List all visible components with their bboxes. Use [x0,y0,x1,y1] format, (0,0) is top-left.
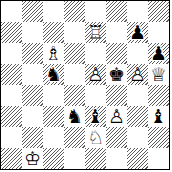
square-e3[interactable]: ♝♝ [85,106,106,127]
square-g2[interactable] [127,127,148,148]
square-e8[interactable] [85,1,106,22]
piece-outline-glyph: ♗ [43,43,64,64]
piece-fill-glyph: ♚ [22,148,43,169]
piece-fill-glyph: ♟ [127,64,148,85]
square-d5[interactable] [64,64,85,85]
piece-fill-glyph: ♟ [85,64,106,85]
piece-fill-glyph: ♞ [64,106,85,127]
piece-outline-glyph: ♞ [64,106,85,127]
piece-outline-glyph: ♙ [127,64,148,85]
square-c1[interactable] [43,148,64,169]
square-h5[interactable]: ♛♕ [148,64,169,85]
piece-outline-glyph: ♞ [43,64,64,85]
square-h8[interactable] [148,1,169,22]
piece-fill-glyph: ♞ [85,127,106,148]
square-c2[interactable] [43,127,64,148]
square-e7[interactable]: ♜♖ [85,22,106,43]
piece-outline-glyph: ♖ [85,22,106,43]
piece-outline-glyph: ♙ [106,106,127,127]
black-pawn-piece[interactable]: ♟♟ [127,22,148,43]
square-c3[interactable] [43,106,64,127]
piece-fill-glyph: ♟ [148,43,169,64]
square-b3[interactable] [22,106,43,127]
square-c5[interactable]: ♞♞ [43,64,64,85]
piece-outline-glyph: ♝ [148,106,169,127]
piece-fill-glyph: ♟ [127,22,148,43]
square-g6[interactable] [127,43,148,64]
white-rook-piece[interactable]: ♜♖ [85,22,106,43]
square-f3[interactable]: ♟♙ [106,106,127,127]
black-bishop-piece[interactable]: ♝♝ [148,106,169,127]
board-grid: ♜♖♟♟♝♗♟♟♞♞♟♙♚♚♟♙♛♕♞♞♝♝♟♙♝♝♞♘♚♔ [1,1,169,169]
square-a7[interactable] [1,22,22,43]
piece-fill-glyph: ♞ [43,64,64,85]
square-b7[interactable] [22,22,43,43]
black-pawn-piece[interactable]: ♟♟ [148,43,169,64]
square-f7[interactable] [106,22,127,43]
black-bishop-piece[interactable]: ♝♝ [85,106,106,127]
piece-outline-glyph: ♟ [127,22,148,43]
square-d7[interactable] [64,22,85,43]
square-b4[interactable] [22,85,43,106]
black-knight-piece[interactable]: ♞♞ [43,64,64,85]
square-f2[interactable] [106,127,127,148]
square-d3[interactable]: ♞♞ [64,106,85,127]
square-e4[interactable] [85,85,106,106]
square-e2[interactable]: ♞♘ [85,127,106,148]
piece-outline-glyph: ♘ [85,127,106,148]
piece-outline-glyph: ♟ [148,43,169,64]
square-g4[interactable] [127,85,148,106]
square-h7[interactable] [148,22,169,43]
square-a1[interactable] [1,148,22,169]
square-d6[interactable] [64,43,85,64]
black-knight-piece[interactable]: ♞♞ [64,106,85,127]
square-e6[interactable] [85,43,106,64]
white-pawn-piece[interactable]: ♟♙ [85,64,106,85]
square-e1[interactable] [85,148,106,169]
square-g1[interactable] [127,148,148,169]
square-g8[interactable] [127,1,148,22]
piece-outline-glyph: ♙ [85,64,106,85]
square-c7[interactable] [43,22,64,43]
square-d8[interactable] [64,1,85,22]
square-c6[interactable]: ♝♗ [43,43,64,64]
square-b6[interactable] [22,43,43,64]
piece-outline-glyph: ♝ [85,106,106,127]
square-g7[interactable]: ♟♟ [127,22,148,43]
white-pawn-piece[interactable]: ♟♙ [127,64,148,85]
square-a6[interactable] [1,43,22,64]
square-f5[interactable]: ♚♚ [106,64,127,85]
square-a3[interactable] [1,106,22,127]
piece-fill-glyph: ♝ [148,106,169,127]
piece-fill-glyph: ♛ [148,64,169,85]
square-b2[interactable] [22,127,43,148]
piece-fill-glyph: ♜ [85,22,106,43]
piece-outline-glyph: ♚ [106,64,127,85]
piece-fill-glyph: ♟ [106,106,127,127]
piece-outline-glyph: ♕ [148,64,169,85]
square-a8[interactable] [1,1,22,22]
square-c4[interactable] [43,85,64,106]
white-bishop-piece[interactable]: ♝♗ [43,43,64,64]
white-pawn-piece[interactable]: ♟♙ [106,106,127,127]
square-e5[interactable]: ♟♙ [85,64,106,85]
white-knight-piece[interactable]: ♞♘ [85,127,106,148]
square-a2[interactable] [1,127,22,148]
square-f6[interactable] [106,43,127,64]
black-king-piece[interactable]: ♚♚ [106,64,127,85]
square-h3[interactable]: ♝♝ [148,106,169,127]
square-h1[interactable] [148,148,169,169]
square-g5[interactable]: ♟♙ [127,64,148,85]
piece-fill-glyph: ♚ [106,64,127,85]
piece-fill-glyph: ♝ [85,106,106,127]
piece-outline-glyph: ♔ [22,148,43,169]
square-b5[interactable] [22,64,43,85]
square-d2[interactable] [64,127,85,148]
square-f4[interactable] [106,85,127,106]
white-king-piece[interactable]: ♚♔ [22,148,43,169]
square-a4[interactable] [1,85,22,106]
white-queen-piece[interactable]: ♛♕ [148,64,169,85]
square-a5[interactable] [1,64,22,85]
square-c8[interactable] [43,1,64,22]
square-b1[interactable]: ♚♔ [22,148,43,169]
square-g3[interactable] [127,106,148,127]
square-h4[interactable] [148,85,169,106]
square-b8[interactable] [22,1,43,22]
square-f8[interactable] [106,1,127,22]
chess-board: ♜♖♟♟♝♗♟♟♞♞♟♙♚♚♟♙♛♕♞♞♝♝♟♙♝♝♞♘♚♔ [0,0,170,170]
square-d1[interactable] [64,148,85,169]
square-h6[interactable]: ♟♟ [148,43,169,64]
square-f1[interactable] [106,148,127,169]
square-d4[interactable] [64,85,85,106]
piece-fill-glyph: ♝ [43,43,64,64]
square-h2[interactable] [148,127,169,148]
